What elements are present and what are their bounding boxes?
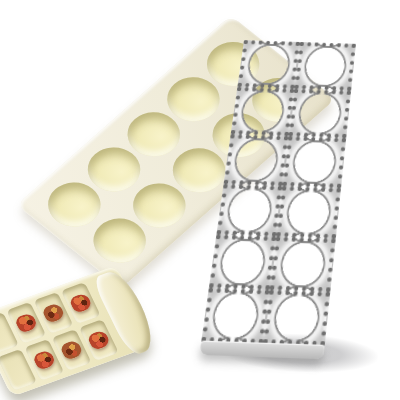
cutter-cell [201, 287, 269, 344]
usage-example-dough-mold [0, 265, 155, 397]
cutter-cell [270, 237, 336, 292]
cutter-cell [263, 289, 330, 346]
cutter-cell [231, 86, 295, 136]
ravioli-filling [32, 349, 57, 371]
cutter-cell [294, 42, 356, 90]
ravioli-filling [86, 329, 111, 351]
product-photo-ravioli-maker [0, 0, 400, 400]
ravioli-filling [59, 339, 84, 361]
cutter-cell [216, 184, 282, 237]
ravioli-filling [14, 312, 39, 334]
ravioli-filling [41, 302, 66, 324]
cutter-cell [282, 136, 346, 187]
cutter-cell [224, 134, 289, 185]
ravioli-filling [68, 292, 93, 314]
cutter-cell [209, 235, 276, 290]
dough-pockets-grid [0, 282, 119, 391]
cutter-cell [288, 88, 351, 138]
cutter-plate-bottom-rail [199, 341, 324, 360]
cutter-cell [237, 40, 300, 88]
cutter-cell [276, 186, 341, 239]
